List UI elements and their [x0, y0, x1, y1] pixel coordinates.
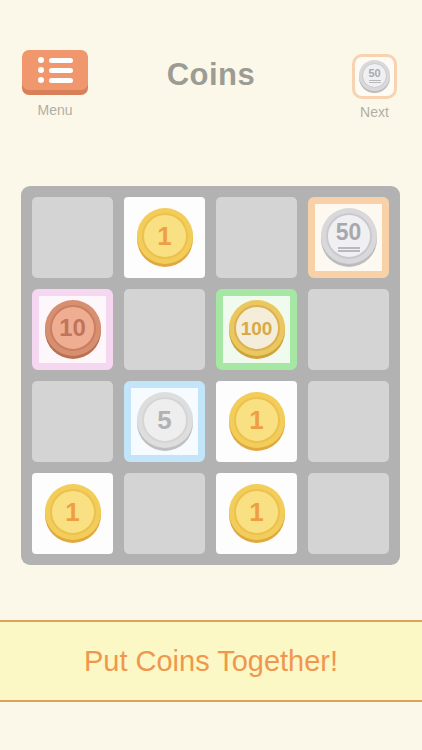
- next-coin-preview: 50: [352, 54, 397, 99]
- cell-r3c3[interactable]: [308, 473, 389, 554]
- cell-r2c0[interactable]: [32, 381, 113, 462]
- coin-50: 50: [321, 208, 377, 264]
- coin-1: 1: [137, 208, 193, 264]
- coin-value: 1: [249, 407, 263, 433]
- cell-r0c2[interactable]: [216, 197, 297, 278]
- cell-r1c3[interactable]: [308, 289, 389, 370]
- board: 150101005111: [21, 186, 400, 565]
- cell-r2c3[interactable]: [308, 381, 389, 462]
- cell-r3c0[interactable]: 1: [32, 473, 113, 554]
- cell-r0c3[interactable]: 50: [308, 197, 389, 278]
- cell-r2c2[interactable]: 1: [216, 381, 297, 462]
- coin-1: 1: [229, 392, 285, 448]
- coin-value: 1: [157, 223, 171, 249]
- cell-r3c2[interactable]: 1: [216, 473, 297, 554]
- next-coin-value: 50: [368, 68, 380, 79]
- cell-r1c2[interactable]: 100: [216, 289, 297, 370]
- cell-r1c1[interactable]: [124, 289, 205, 370]
- coin-hatch-lines: [338, 247, 360, 252]
- cell-r1c0[interactable]: 10: [32, 289, 113, 370]
- coin-1: 1: [45, 484, 101, 540]
- coin-10: 10: [45, 300, 101, 356]
- coin-value: 50: [336, 221, 362, 244]
- cell-r0c1[interactable]: 1: [124, 197, 205, 278]
- instruction-banner: Put Coins Together!: [0, 620, 422, 702]
- cell-r2c1[interactable]: 5: [124, 381, 205, 462]
- cell-r3c1[interactable]: [124, 473, 205, 554]
- coin-5: 5: [137, 392, 193, 448]
- coin-1: 1: [229, 484, 285, 540]
- cell-r0c0[interactable]: [32, 197, 113, 278]
- coin-value: 1: [249, 499, 263, 525]
- coin-value: 100: [241, 319, 273, 338]
- next-coin-50: 50: [359, 60, 390, 91]
- coin-value: 1: [65, 499, 79, 525]
- coin-value: 5: [157, 407, 171, 433]
- coin-100: 100: [229, 300, 285, 356]
- coin-value: 10: [59, 316, 86, 340]
- menu-button-label: Menu: [22, 102, 88, 118]
- next-label: Next: [347, 104, 402, 120]
- instruction-text: Put Coins Together!: [84, 645, 338, 678]
- coin-hatch-lines: [369, 80, 381, 83]
